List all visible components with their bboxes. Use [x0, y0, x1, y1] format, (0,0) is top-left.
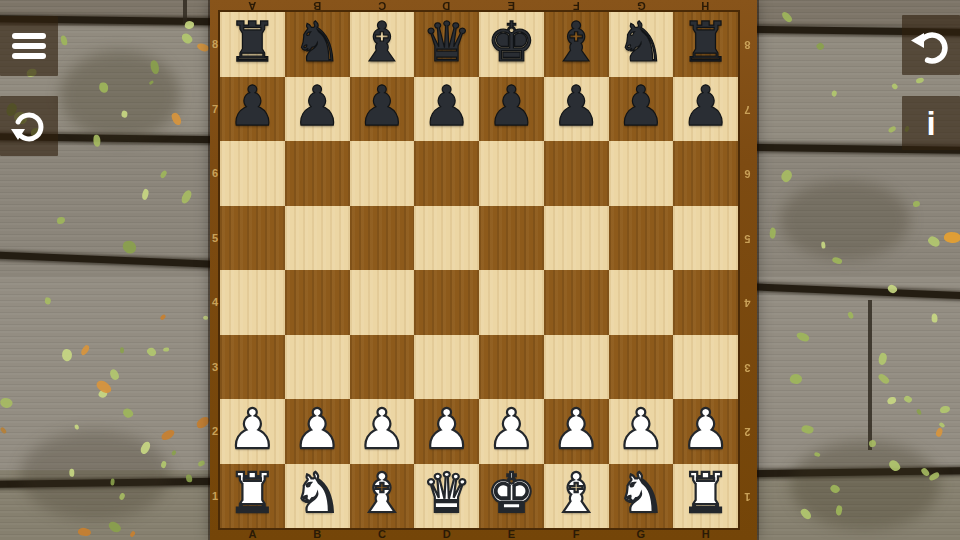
- square-e3[interactable]: [479, 335, 544, 400]
- black-knight[interactable]: ♞: [616, 15, 665, 70]
- moss-patch: [60, 50, 180, 140]
- leaf: [779, 169, 794, 185]
- rank-label: 5: [738, 206, 757, 271]
- file-label: A: [220, 528, 285, 540]
- square-a8[interactable]: ♜: [220, 12, 285, 77]
- menu-button[interactable]: [0, 16, 58, 76]
- leaf: [196, 42, 210, 53]
- square-d5[interactable]: [414, 206, 479, 271]
- square-c8[interactable]: ♝: [350, 12, 415, 77]
- leaf: [195, 415, 212, 430]
- file-label: H: [673, 528, 738, 540]
- square-c5[interactable]: [350, 206, 415, 271]
- square-a5[interactable]: [220, 206, 285, 271]
- white-bishop[interactable]: ♝: [357, 466, 406, 521]
- rank-label: 1: [738, 464, 757, 529]
- rotate-board-icon: [9, 106, 49, 146]
- leaf: [80, 344, 91, 356]
- leaf: [931, 314, 937, 323]
- square-g6[interactable]: [609, 141, 674, 206]
- square-c3[interactable]: [350, 335, 415, 400]
- square-g7[interactable]: ♟: [609, 77, 674, 142]
- leaf: [44, 297, 51, 305]
- white-pawn[interactable]: ♟: [292, 402, 341, 457]
- black-rook[interactable]: ♜: [228, 15, 277, 70]
- black-bishop[interactable]: ♝: [357, 15, 406, 70]
- white-pawn[interactable]: ♟: [422, 402, 471, 457]
- white-knight[interactable]: ♞: [292, 466, 341, 521]
- leaf: [171, 112, 183, 127]
- black-queen[interactable]: ♛: [422, 15, 471, 70]
- leaf: [768, 227, 776, 239]
- rank-label: 1: [210, 464, 220, 529]
- square-g1[interactable]: ♞: [609, 464, 674, 529]
- white-rook[interactable]: ♜: [228, 466, 277, 521]
- square-f6[interactable]: [544, 141, 609, 206]
- file-labels-bottom: ABCDEFGH: [220, 528, 738, 540]
- square-a1[interactable]: ♜: [220, 464, 285, 529]
- leaf: [110, 478, 115, 485]
- square-e8[interactable]: ♚: [479, 12, 544, 77]
- rank-label: 8: [738, 12, 757, 77]
- leaf: [781, 11, 793, 24]
- white-king[interactable]: ♚: [487, 466, 536, 521]
- square-e4[interactable]: [479, 270, 544, 335]
- leaf: [60, 348, 72, 362]
- leaf: [888, 126, 897, 134]
- square-c7[interactable]: ♟: [350, 77, 415, 142]
- white-pawn[interactable]: ♟: [681, 402, 730, 457]
- white-pawn[interactable]: ♟: [357, 402, 406, 457]
- rotate-board-button[interactable]: [0, 96, 58, 156]
- leaf: [891, 83, 898, 91]
- leaf: [903, 394, 913, 403]
- rank-labels-right: 87654321: [738, 12, 757, 528]
- rank-label: 8: [210, 12, 220, 77]
- square-f4[interactable]: [544, 270, 609, 335]
- info-icon: i: [926, 107, 935, 140]
- square-f7[interactable]: ♟: [544, 77, 609, 142]
- black-pawn[interactable]: ♟: [228, 79, 277, 134]
- square-f2[interactable]: ♟: [544, 399, 609, 464]
- square-g8[interactable]: ♞: [609, 12, 674, 77]
- moss-patch: [780, 180, 910, 260]
- leaf: [0, 396, 14, 410]
- leaf: [121, 239, 137, 255]
- square-b1[interactable]: ♞: [285, 464, 350, 529]
- leaf: [107, 519, 123, 535]
- leaf: [816, 41, 825, 51]
- square-g4[interactable]: [609, 270, 674, 335]
- black-king[interactable]: ♚: [487, 15, 536, 70]
- leaf: [163, 348, 169, 352]
- file-label: C: [350, 0, 415, 12]
- file-label: E: [479, 528, 544, 540]
- plank-joint: [868, 300, 872, 450]
- leaf: [887, 397, 897, 405]
- square-h1[interactable]: ♜: [673, 464, 738, 529]
- moss-patch: [790, 440, 940, 530]
- square-d8[interactable]: ♛: [414, 12, 479, 77]
- square-c6[interactable]: [350, 141, 415, 206]
- square-b5[interactable]: [285, 206, 350, 271]
- file-label: A: [220, 0, 285, 12]
- square-f5[interactable]: [544, 206, 609, 271]
- leaf: [940, 406, 950, 413]
- square-g2[interactable]: ♟: [609, 399, 674, 464]
- black-pawn[interactable]: ♟: [422, 79, 471, 134]
- leaf: [795, 331, 810, 344]
- rank-label: 2: [210, 399, 220, 464]
- white-knight[interactable]: ♞: [616, 466, 665, 521]
- black-rook[interactable]: ♜: [681, 15, 730, 70]
- black-pawn[interactable]: ♟: [551, 79, 600, 134]
- square-d1[interactable]: ♛: [414, 464, 479, 529]
- file-label: C: [350, 528, 415, 540]
- hamburger-menu-icon: [12, 33, 46, 59]
- file-labels-top: ABCDEFGH: [220, 0, 738, 12]
- white-pawn[interactable]: ♟: [551, 402, 600, 457]
- file-label: E: [479, 0, 544, 12]
- leaf: [180, 189, 194, 204]
- file-label: F: [544, 528, 609, 540]
- square-a4[interactable]: [220, 270, 285, 335]
- leaf: [120, 347, 125, 354]
- leaf: [93, 135, 101, 147]
- black-knight[interactable]: ♞: [292, 15, 341, 70]
- leaf: [184, 20, 194, 30]
- leaf: [171, 450, 178, 457]
- square-b8[interactable]: ♞: [285, 12, 350, 77]
- leaf: [913, 200, 921, 207]
- square-c2[interactable]: ♟: [350, 399, 415, 464]
- file-label: G: [609, 528, 674, 540]
- white-bishop[interactable]: ♝: [551, 466, 600, 521]
- file-label: G: [609, 0, 674, 12]
- leaf: [73, 424, 79, 430]
- square-h4[interactable]: [673, 270, 738, 335]
- black-pawn[interactable]: ♟: [357, 79, 406, 134]
- leaf: [877, 352, 888, 366]
- white-pawn[interactable]: ♟: [487, 402, 536, 457]
- square-h6[interactable]: [673, 141, 738, 206]
- white-pawn[interactable]: ♟: [228, 402, 277, 457]
- square-f8[interactable]: ♝: [544, 12, 609, 77]
- leaf: [179, 31, 193, 45]
- info-button[interactable]: i: [902, 96, 960, 150]
- file-label: D: [414, 528, 479, 540]
- white-queen[interactable]: ♛: [422, 466, 471, 521]
- file-label: F: [544, 0, 609, 12]
- square-g3[interactable]: [609, 335, 674, 400]
- square-h3[interactable]: [673, 335, 738, 400]
- rank-label: 3: [738, 335, 757, 400]
- rank-label: 3: [210, 335, 220, 400]
- leaf: [140, 188, 149, 200]
- leaf: [122, 406, 135, 419]
- leaf: [847, 311, 854, 320]
- square-a2[interactable]: ♟: [220, 399, 285, 464]
- chess-board: ♜♞♝♛♚♝♞♜♟♟♟♟♟♟♟♟♟♟♟♟♟♟♟♟♜♞♝♛♚♝♞♜ ABCDEFG…: [210, 0, 757, 540]
- leaf: [160, 428, 176, 441]
- white-rook[interactable]: ♜: [681, 466, 730, 521]
- file-label: B: [285, 528, 350, 540]
- square-e2[interactable]: ♟: [479, 399, 544, 464]
- white-pawn[interactable]: ♟: [616, 402, 665, 457]
- rank-label: 7: [738, 77, 757, 142]
- square-d4[interactable]: [414, 270, 479, 335]
- rank-label: 4: [210, 270, 220, 335]
- square-a7[interactable]: ♟: [220, 77, 285, 142]
- square-b2[interactable]: ♟: [285, 399, 350, 464]
- square-e1[interactable]: ♚: [479, 464, 544, 529]
- square-f3[interactable]: [544, 335, 609, 400]
- black-bishop[interactable]: ♝: [551, 15, 600, 70]
- square-e5[interactable]: [479, 206, 544, 271]
- leaf: [160, 170, 168, 179]
- rank-label: 5: [210, 206, 220, 271]
- leaf: [69, 469, 74, 477]
- leaf: [943, 231, 960, 245]
- rank-label: 6: [738, 141, 757, 206]
- leaf: [145, 346, 157, 358]
- square-h7[interactable]: ♟: [673, 77, 738, 142]
- leaf: [129, 530, 136, 537]
- leaf: [197, 460, 205, 467]
- square-b3[interactable]: [285, 335, 350, 400]
- square-g5[interactable]: [609, 206, 674, 271]
- file-label: D: [414, 0, 479, 12]
- square-d7[interactable]: ♟: [414, 77, 479, 142]
- leaf: [801, 424, 815, 436]
- leaf: [830, 90, 837, 98]
- undo-arrow-icon: [910, 24, 952, 66]
- rank-label: 7: [210, 77, 220, 142]
- square-e7[interactable]: ♟: [479, 77, 544, 142]
- leaf: [877, 372, 891, 386]
- undo-button[interactable]: [902, 15, 960, 75]
- black-pawn[interactable]: ♟: [292, 79, 341, 134]
- square-d6[interactable]: [414, 141, 479, 206]
- square-b7[interactable]: ♟: [285, 77, 350, 142]
- rank-label: 4: [738, 270, 757, 335]
- rank-labels-left: 87654321: [210, 12, 220, 528]
- leaf: [0, 426, 7, 434]
- square-d2[interactable]: ♟: [414, 399, 479, 464]
- square-f1[interactable]: ♝: [544, 464, 609, 529]
- file-label: B: [285, 0, 350, 12]
- square-h5[interactable]: [673, 206, 738, 271]
- leaf: [916, 409, 922, 416]
- leaf: [927, 234, 942, 249]
- rank-label: 6: [210, 141, 220, 206]
- black-pawn[interactable]: ♟: [616, 79, 665, 134]
- black-pawn[interactable]: ♟: [487, 79, 536, 134]
- board-squares: ♜♞♝♛♚♝♞♜♟♟♟♟♟♟♟♟♟♟♟♟♟♟♟♟♜♞♝♛♚♝♞♜: [220, 12, 738, 528]
- square-b6[interactable]: [285, 141, 350, 206]
- leaf: [109, 369, 119, 381]
- file-label: H: [673, 0, 738, 12]
- leaf: [60, 35, 68, 46]
- leaf: [915, 77, 924, 83]
- leaf: [57, 217, 65, 224]
- leaf: [98, 82, 108, 93]
- square-c4[interactable]: [350, 270, 415, 335]
- leaf: [789, 372, 803, 385]
- square-d3[interactable]: [414, 335, 479, 400]
- square-h8[interactable]: ♜: [673, 12, 738, 77]
- app-screen: ♜♞♝♛♚♝♞♜♟♟♟♟♟♟♟♟♟♟♟♟♟♟♟♟♜♞♝♛♚♝♞♜ ABCDEFG…: [0, 0, 960, 540]
- square-h2[interactable]: ♟: [673, 399, 738, 464]
- rank-label: 2: [738, 399, 757, 464]
- square-c1[interactable]: ♝: [350, 464, 415, 529]
- square-a3[interactable]: [220, 335, 285, 400]
- leaf: [203, 315, 209, 320]
- leaf: [160, 314, 168, 321]
- square-b4[interactable]: [285, 270, 350, 335]
- leaf: [77, 526, 92, 537]
- square-a6[interactable]: [220, 141, 285, 206]
- black-pawn[interactable]: ♟: [681, 79, 730, 134]
- square-e6[interactable]: [479, 141, 544, 206]
